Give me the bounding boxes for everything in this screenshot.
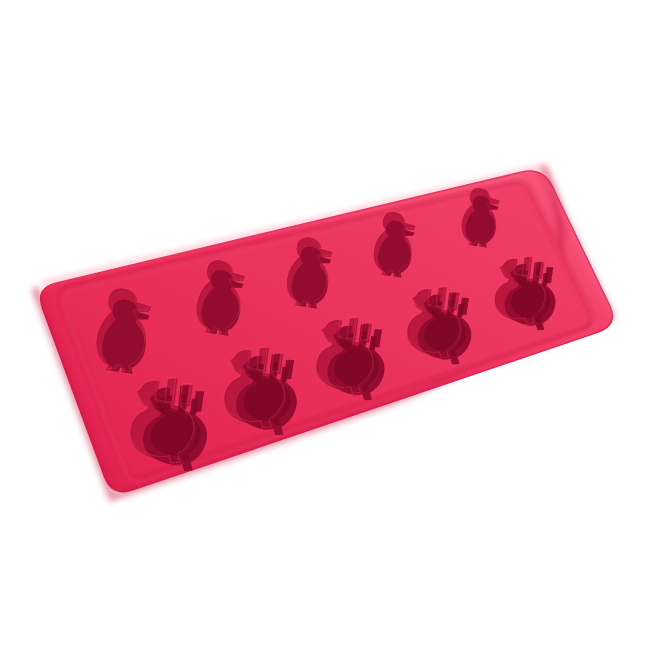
product-photo xyxy=(0,0,650,650)
ice-cube-tray xyxy=(0,0,650,650)
tray xyxy=(35,167,615,497)
